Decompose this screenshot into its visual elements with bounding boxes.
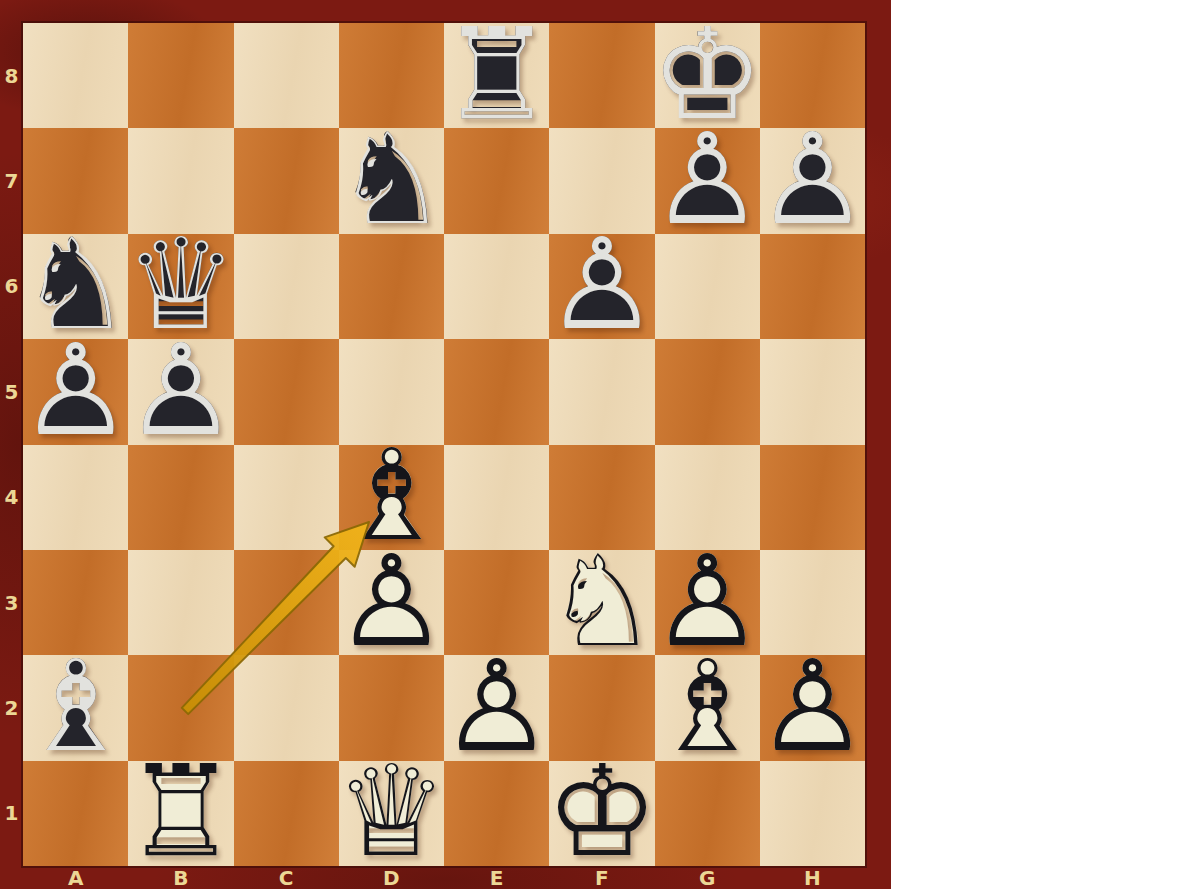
rook-glyph-outline: ♖ [124, 749, 237, 875]
square-d1[interactable]: ♛♕ [339, 761, 444, 866]
rook-glyph-outline: ♖ [440, 11, 553, 137]
square-b5[interactable]: ♟♙ [128, 339, 233, 444]
piece-black-pawn-f6[interactable]: ♟♙ [549, 234, 654, 339]
piece-white-pawn-h2[interactable]: ♟♙ [760, 655, 865, 760]
piece-black-bishop-a2[interactable]: ♝♗ [23, 655, 128, 760]
square-h7[interactable]: ♟♙ [760, 128, 865, 233]
queen-glyph-body: ♛ [335, 749, 448, 875]
square-f6[interactable]: ♟♙ [549, 234, 654, 339]
square-d6[interactable] [339, 234, 444, 339]
piece-white-pawn-g3[interactable]: ♟♙ [655, 550, 760, 655]
bishop-glyph-outline: ♗ [335, 433, 448, 559]
file-label-a: A [23, 866, 128, 889]
pawn-glyph-outline: ♙ [756, 117, 869, 243]
square-c7[interactable] [234, 128, 339, 233]
square-c6[interactable] [234, 234, 339, 339]
bishop-glyph-body: ♝ [335, 433, 448, 559]
square-e4[interactable] [444, 445, 549, 550]
square-h2[interactable]: ♟♙ [760, 655, 865, 760]
square-a5[interactable]: ♟♙ [23, 339, 128, 444]
square-a8[interactable] [23, 23, 128, 128]
pawn-glyph-outline: ♙ [545, 222, 658, 348]
piece-white-pawn-e2[interactable]: ♟♙ [444, 655, 549, 760]
square-a3[interactable] [23, 550, 128, 655]
rank-label-8: 8 [0, 23, 23, 128]
piece-white-bishop-d4[interactable]: ♝♗ [339, 445, 444, 550]
piece-white-pawn-d3[interactable]: ♟♙ [339, 550, 444, 655]
square-e2[interactable]: ♟♙ [444, 655, 549, 760]
square-e8[interactable]: ♜♖ [444, 23, 549, 128]
rank-label-5: 5 [0, 339, 23, 444]
rank-label-6: 6 [0, 234, 23, 339]
knight-glyph-outline: ♘ [545, 538, 658, 664]
queen-glyph-outline: ♕ [335, 749, 448, 875]
square-g6[interactable] [655, 234, 760, 339]
rank-label-4: 4 [0, 445, 23, 550]
knight-glyph-outline: ♘ [335, 117, 448, 243]
king-glyph-body: ♚ [545, 749, 658, 875]
file-label-d: D [339, 866, 444, 889]
square-e1[interactable] [444, 761, 549, 866]
piece-white-queen-d1[interactable]: ♛♕ [339, 761, 444, 866]
piece-black-queen-b6[interactable]: ♛♕ [128, 234, 233, 339]
piece-white-king-f1[interactable]: ♚♔ [549, 761, 654, 866]
knight-glyph-body: ♞ [335, 117, 448, 243]
square-h4[interactable] [760, 445, 865, 550]
pawn-glyph-outline: ♙ [124, 328, 237, 454]
square-h5[interactable] [760, 339, 865, 444]
square-e6[interactable] [444, 234, 549, 339]
pawn-glyph-body: ♟ [651, 117, 764, 243]
bishop-glyph-outline: ♗ [651, 644, 764, 770]
square-f8[interactable] [549, 23, 654, 128]
square-f4[interactable] [549, 445, 654, 550]
square-d2[interactable] [339, 655, 444, 760]
file-label-b: B [128, 866, 233, 889]
pawn-glyph-body: ♟ [440, 644, 553, 770]
square-d8[interactable] [339, 23, 444, 128]
piece-black-pawn-b5[interactable]: ♟♙ [128, 339, 233, 444]
page: { "game": "chess", "diagram_type": "posi… [0, 0, 1200, 889]
square-b3[interactable] [128, 550, 233, 655]
rook-glyph-body: ♜ [440, 11, 553, 137]
square-g5[interactable] [655, 339, 760, 444]
square-f2[interactable] [549, 655, 654, 760]
square-h8[interactable] [760, 23, 865, 128]
piece-white-knight-f3[interactable]: ♞♘ [549, 550, 654, 655]
pawn-glyph-outline: ♙ [19, 328, 132, 454]
piece-black-pawn-g7[interactable]: ♟♙ [655, 128, 760, 233]
file-label-c: C [234, 866, 339, 889]
square-d5[interactable] [339, 339, 444, 444]
pawn-glyph-outline: ♙ [756, 644, 869, 770]
pawn-glyph-body: ♟ [335, 538, 448, 664]
square-b8[interactable] [128, 23, 233, 128]
bishop-glyph-body: ♝ [651, 644, 764, 770]
rank-label-3: 3 [0, 550, 23, 655]
board-frame: ♜♖♚♔♞♘♟♙♟♙♞♘♛♕♟♙♟♙♟♙♝♗♟♙♞♘♟♙♝♗♟♙♝♗♟♙♜♖♛♕… [0, 0, 891, 889]
square-g4[interactable] [655, 445, 760, 550]
square-h3[interactable] [760, 550, 865, 655]
pawn-glyph-body: ♟ [756, 117, 869, 243]
piece-black-knight-d7[interactable]: ♞♘ [339, 128, 444, 233]
pawn-glyph-outline: ♙ [335, 538, 448, 664]
file-label-g: G [655, 866, 760, 889]
knight-glyph-outline: ♘ [19, 222, 132, 348]
pawn-glyph-body: ♟ [124, 328, 237, 454]
rank-label-1: 1 [0, 761, 23, 866]
knight-glyph-body: ♞ [545, 538, 658, 664]
piece-black-knight-a6[interactable]: ♞♘ [23, 234, 128, 339]
square-b1[interactable]: ♜♖ [128, 761, 233, 866]
square-d4[interactable]: ♝♗ [339, 445, 444, 550]
square-d3[interactable]: ♟♙ [339, 550, 444, 655]
square-e7[interactable] [444, 128, 549, 233]
pawn-glyph-outline: ♙ [651, 538, 764, 664]
pawn-glyph-outline: ♙ [440, 644, 553, 770]
pawn-glyph-body: ♟ [756, 644, 869, 770]
square-f1[interactable]: ♚♔ [549, 761, 654, 866]
queen-glyph-outline: ♕ [124, 222, 237, 348]
king-glyph-body: ♚ [651, 11, 764, 137]
pawn-glyph-outline: ♙ [651, 117, 764, 243]
square-f3[interactable]: ♞♘ [549, 550, 654, 655]
piece-white-bishop-g2[interactable]: ♝♗ [655, 655, 760, 760]
square-c3[interactable] [234, 550, 339, 655]
piece-black-pawn-h7[interactable]: ♟♙ [760, 128, 865, 233]
piece-black-king-g8[interactable]: ♚♔ [655, 23, 760, 128]
square-a7[interactable] [23, 128, 128, 233]
pawn-glyph-body: ♟ [651, 538, 764, 664]
bishop-glyph-outline: ♗ [19, 644, 132, 770]
square-a2[interactable]: ♝♗ [23, 655, 128, 760]
square-h6[interactable] [760, 234, 865, 339]
square-b4[interactable] [128, 445, 233, 550]
pawn-glyph-body: ♟ [545, 222, 658, 348]
knight-glyph-body: ♞ [19, 222, 132, 348]
rank-label-7: 7 [0, 128, 23, 233]
king-glyph-outline: ♔ [651, 11, 764, 137]
rook-glyph-body: ♜ [124, 749, 237, 875]
square-g7[interactable]: ♟♙ [655, 128, 760, 233]
file-label-h: H [760, 866, 865, 889]
square-g1[interactable] [655, 761, 760, 866]
square-c5[interactable] [234, 339, 339, 444]
square-a4[interactable] [23, 445, 128, 550]
square-g2[interactable]: ♝♗ [655, 655, 760, 760]
square-d7[interactable]: ♞♘ [339, 128, 444, 233]
square-b6[interactable]: ♛♕ [128, 234, 233, 339]
queen-glyph-body: ♛ [124, 222, 237, 348]
piece-black-rook-e8[interactable]: ♜♖ [444, 23, 549, 128]
rank-label-2: 2 [0, 655, 23, 760]
square-a6[interactable]: ♞♘ [23, 234, 128, 339]
square-a1[interactable] [23, 761, 128, 866]
piece-white-rook-b1[interactable]: ♜♖ [128, 761, 233, 866]
square-h1[interactable] [760, 761, 865, 866]
square-c4[interactable] [234, 445, 339, 550]
square-c1[interactable] [234, 761, 339, 866]
square-b2[interactable] [128, 655, 233, 760]
square-c8[interactable] [234, 23, 339, 128]
king-glyph-outline: ♔ [545, 749, 658, 875]
file-label-e: E [444, 866, 549, 889]
square-e5[interactable] [444, 339, 549, 444]
chess-board: ♜♖♚♔♞♘♟♙♟♙♞♘♛♕♟♙♟♙♟♙♝♗♟♙♞♘♟♙♝♗♟♙♝♗♟♙♜♖♛♕… [23, 23, 865, 866]
square-f7[interactable] [549, 128, 654, 233]
square-b7[interactable] [128, 128, 233, 233]
file-label-f: F [549, 866, 654, 889]
piece-black-pawn-a5[interactable]: ♟♙ [23, 339, 128, 444]
square-e3[interactable] [444, 550, 549, 655]
pawn-glyph-body: ♟ [19, 328, 132, 454]
square-f5[interactable] [549, 339, 654, 444]
square-g3[interactable]: ♟♙ [655, 550, 760, 655]
square-g8[interactable]: ♚♔ [655, 23, 760, 128]
bishop-glyph-body: ♝ [19, 644, 132, 770]
square-c2[interactable] [234, 655, 339, 760]
